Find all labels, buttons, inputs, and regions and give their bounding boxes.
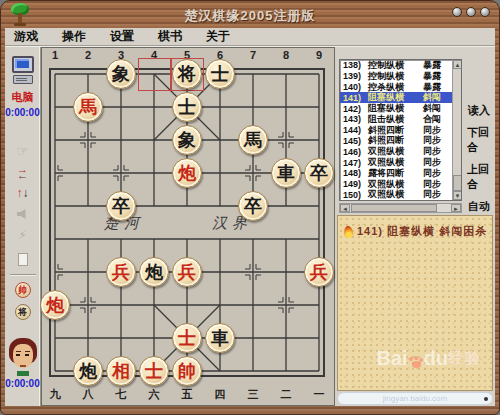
board-cell <box>39 190 72 223</box>
board-cell <box>237 322 270 355</box>
board-cell <box>237 223 270 256</box>
window-title: 楚汉棋缘2005注册版 <box>1 7 499 25</box>
scroll-down-arrow[interactable]: ▼ <box>453 191 462 200</box>
board-cell <box>270 91 303 124</box>
piece-black-soldier[interactable]: 卒 <box>304 158 334 188</box>
file-label-bottom: 八 <box>78 387 98 402</box>
board-cell: 兵 <box>171 256 204 289</box>
red-side-button[interactable]: 帅 <box>15 282 31 298</box>
computer-icon <box>11 56 35 86</box>
board-cell <box>204 223 237 256</box>
board-cell <box>303 58 336 91</box>
board-cell: 兵 <box>303 256 336 289</box>
prev-round-button[interactable]: 上回合 <box>465 161 493 193</box>
board-cell <box>72 289 105 322</box>
endgame-list[interactable]: 138)控制纵横暴露139)控制纵横暴露140)控杀纵横暴露141)阻塞纵横斜闯… <box>339 59 462 201</box>
board-cell <box>72 256 105 289</box>
minimize-button[interactable] <box>452 7 462 17</box>
board-cell <box>105 124 138 157</box>
board-cell: 相 <box>105 355 138 388</box>
quick-move-icon[interactable]: ⚡ <box>18 228 26 242</box>
piece-red-elephant[interactable]: 相 <box>106 356 136 386</box>
horizontal-scrollbar[interactable]: ◄ ► <box>339 203 462 213</box>
player-clock: 0:00:00 <box>5 378 39 389</box>
board-cell <box>204 91 237 124</box>
board-cell: 士 <box>171 91 204 124</box>
board-cell <box>270 58 303 91</box>
board-cell <box>39 256 72 289</box>
swap-sides-icon[interactable]: →← <box>17 165 28 179</box>
board-cell <box>270 355 303 388</box>
piece-black-advisor[interactable]: 士 <box>205 59 235 89</box>
piece-black-soldier[interactable]: 卒 <box>238 191 268 221</box>
board-cell <box>204 190 237 223</box>
file-label-bottom: 七 <box>111 387 131 402</box>
board-cell <box>171 190 204 223</box>
board-cell <box>237 256 270 289</box>
file-label-bottom: 九 <box>45 387 65 402</box>
board-cell: 士 <box>171 322 204 355</box>
board-cell <box>72 223 105 256</box>
board-cell <box>105 223 138 256</box>
scroll-left-arrow[interactable]: ◄ <box>340 204 350 212</box>
scroll-up-arrow[interactable]: ▲ <box>453 60 462 69</box>
board-cell: 卒 <box>105 190 138 223</box>
board-cell: 炮 <box>39 289 72 322</box>
move-list-row[interactable]: 150)双照纵横同步 <box>340 190 461 201</box>
menu-bar: 游戏操作设置棋书关于 <box>5 28 495 46</box>
opponent-label: 电脑 <box>12 90 34 105</box>
board-cell <box>204 289 237 322</box>
board-cell <box>105 157 138 190</box>
client-area: 游戏操作设置棋书关于 电脑 0:00:00 ☞ →← ↑↓ ⚡ <box>5 28 495 406</box>
menu-item-3[interactable]: 设置 <box>110 28 134 45</box>
board-cell <box>72 124 105 157</box>
notation-page-icon[interactable] <box>18 252 28 266</box>
board-cell <box>270 190 303 223</box>
dot-icon <box>484 397 488 401</box>
board-cell: 卒 <box>303 157 336 190</box>
piece-red-general[interactable]: 帥 <box>172 356 202 386</box>
board-cell: 象 <box>171 124 204 157</box>
piece-red-cannon[interactable]: 炮 <box>40 290 70 320</box>
file-label-bottom: 三 <box>243 387 263 402</box>
board-cell <box>270 289 303 322</box>
board-cell <box>138 157 171 190</box>
board-cell <box>138 322 171 355</box>
maximize-button[interactable] <box>466 7 476 17</box>
piece-black-elephant[interactable]: 象 <box>106 59 136 89</box>
board-cell: 炮 <box>72 355 105 388</box>
piece-red-soldier[interactable]: 兵 <box>172 257 202 287</box>
annotation-text: 141) 阻塞纵横 斜闯困杀 <box>357 224 487 239</box>
black-side-button[interactable]: 将 <box>15 304 31 320</box>
piece-red-advisor[interactable]: 士 <box>172 323 202 353</box>
board-cell <box>171 223 204 256</box>
board-cell: 車 <box>270 157 303 190</box>
close-button[interactable] <box>480 7 490 17</box>
piece-black-cannon[interactable]: 炮 <box>139 257 169 287</box>
board-cell <box>171 289 204 322</box>
board-cell <box>138 58 171 91</box>
piece-red-cannon[interactable]: 炮 <box>172 158 202 188</box>
board-cell <box>39 223 72 256</box>
piece-black-chariot[interactable]: 車 <box>271 158 301 188</box>
board-cell: 将 <box>171 58 204 91</box>
board-cell: 炮 <box>138 256 171 289</box>
board-cell <box>270 223 303 256</box>
board-cell <box>72 58 105 91</box>
board-cell <box>105 289 138 322</box>
board-cell <box>303 223 336 256</box>
board-cell <box>39 355 72 388</box>
board-cell <box>138 91 171 124</box>
board-cell <box>303 190 336 223</box>
menu-item-4[interactable]: 棋书 <box>158 28 182 45</box>
board-cell <box>39 157 72 190</box>
scroll-thumb[interactable] <box>453 175 462 191</box>
file-label-bottom: 六 <box>144 387 164 402</box>
board-cell: 車 <box>204 322 237 355</box>
title-bar[interactable]: 楚汉棋缘2005注册版 <box>1 1 499 28</box>
app-window: 楚汉棋缘2005注册版 游戏操作设置棋书关于 电脑 0:00:00 ☞ →← <box>0 0 500 415</box>
toolbar-divider <box>10 274 36 276</box>
file-label-bottom: 四 <box>210 387 230 402</box>
player-avatar <box>9 338 37 376</box>
right-panel: 138)控制纵横暴露139)控制纵横暴露140)控杀纵横暴露141)阻塞纵横斜闯… <box>335 47 495 406</box>
board-cell <box>303 91 336 124</box>
board-cell <box>105 322 138 355</box>
board-cell <box>270 256 303 289</box>
next-round-button[interactable]: 下回合 <box>465 124 493 156</box>
board-cell <box>237 58 270 91</box>
board-cell <box>303 124 336 157</box>
board-cell <box>303 289 336 322</box>
board-cell <box>72 157 105 190</box>
board-cell <box>237 355 270 388</box>
board-cell: 士 <box>138 355 171 388</box>
piece-red-advisor[interactable]: 士 <box>139 356 169 386</box>
baidu-watermark: Bai du 经验 <box>376 347 482 370</box>
board-cell <box>39 91 72 124</box>
board-cell <box>72 190 105 223</box>
board-cell <box>303 355 336 388</box>
load-button[interactable]: 读入 <box>466 102 492 119</box>
board-cell <box>237 157 270 190</box>
board-cell: 帥 <box>171 355 204 388</box>
board-cell <box>204 355 237 388</box>
board-cell <box>303 322 336 355</box>
board-cell <box>204 256 237 289</box>
annotation-panel: 141) 阻塞纵横 斜闯困杀 Bai du 经验 <box>337 215 493 391</box>
piece-black-cannon[interactable]: 炮 <box>73 356 103 386</box>
piece-black-soldier[interactable]: 卒 <box>106 191 136 221</box>
pieces-layer: 象将士馬士象馬炮車卒卒卒兵炮兵兵炮士車炮相士帥 <box>39 58 336 388</box>
board-cell <box>138 289 171 322</box>
board-cell: 卒 <box>237 190 270 223</box>
piece-black-horse[interactable]: 馬 <box>238 125 268 155</box>
left-toolbar: 电脑 0:00:00 ☞ →← ↑↓ ⚡ 帅 将 <box>5 47 41 406</box>
board-cell <box>204 157 237 190</box>
watermark-url-bar: jingyan.baidu.com <box>337 392 493 405</box>
board-cell: 馬 <box>72 91 105 124</box>
move-order-icon[interactable]: ↑↓ <box>17 186 29 200</box>
menu-item-5[interactable]: 关于 <box>206 28 230 45</box>
piece-black-elephant[interactable]: 象 <box>172 125 202 155</box>
paw-icon <box>409 356 423 368</box>
opponent-clock: 0:00:00 <box>5 107 39 118</box>
menu-item-1[interactable]: 游戏 <box>14 28 38 45</box>
board-cell <box>237 289 270 322</box>
hscroll-thumb[interactable] <box>351 204 437 212</box>
flame-icon <box>343 225 354 238</box>
board-cell: 馬 <box>237 124 270 157</box>
vertical-scrollbar[interactable]: ▲ ▼ <box>452 60 461 200</box>
piece-black-general[interactable]: 将 <box>172 59 202 89</box>
board-cell <box>39 58 72 91</box>
board-cell <box>138 190 171 223</box>
file-label-bottom: 五 <box>177 387 197 402</box>
piece-red-soldier[interactable]: 兵 <box>106 257 136 287</box>
board-cell <box>72 322 105 355</box>
file-label-bottom: 二 <box>276 387 296 402</box>
piece-black-advisor[interactable]: 士 <box>172 92 202 122</box>
hint-hand-icon[interactable]: ☞ <box>16 144 29 158</box>
piece-red-horse[interactable]: 馬 <box>73 92 103 122</box>
board-cell <box>138 124 171 157</box>
board-cell <box>237 91 270 124</box>
board-cell <box>39 322 72 355</box>
menu-item-2[interactable]: 操作 <box>62 28 86 45</box>
board-cell: 士 <box>204 58 237 91</box>
board-cell: 炮 <box>171 157 204 190</box>
board-cell <box>105 91 138 124</box>
board-cell <box>39 124 72 157</box>
xiangqi-board: 123456789 九八七六五四三二一 楚河 汉界 象将士馬士象馬炮車卒卒卒兵炮… <box>41 47 335 406</box>
board-cell <box>138 223 171 256</box>
board-cell: 兵 <box>105 256 138 289</box>
board-cell: 象 <box>105 58 138 91</box>
file-label-bottom: 一 <box>309 387 329 402</box>
board-cell <box>270 124 303 157</box>
board-cell <box>270 322 303 355</box>
sound-icon[interactable] <box>17 207 29 221</box>
piece-red-soldier[interactable]: 兵 <box>304 257 334 287</box>
board-cell <box>204 124 237 157</box>
piece-black-chariot[interactable]: 車 <box>205 323 235 353</box>
auto-button[interactable]: 自动 <box>466 198 492 215</box>
scroll-right-arrow[interactable]: ► <box>451 204 461 212</box>
